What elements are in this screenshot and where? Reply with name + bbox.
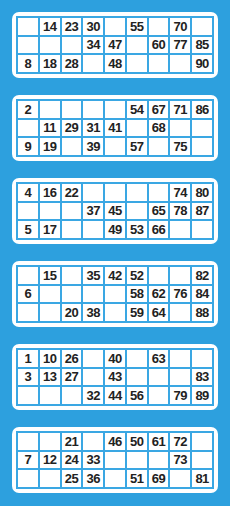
bingo-cell-empty [83,369,103,386]
bingo-cell-empty [105,101,125,118]
bingo-cell[interactable]: 10 [40,350,60,367]
bingo-cell[interactable]: 60 [149,37,169,54]
bingo-cell-empty [192,18,212,35]
bingo-cell-empty [192,221,212,238]
bingo-cell[interactable]: 15 [40,267,60,284]
bingo-cell[interactable]: 65 [149,203,169,220]
bingo-cell[interactable]: 50 [127,433,147,450]
bingo-cell[interactable]: 61 [149,433,169,450]
bingo-cell[interactable]: 72 [170,433,190,450]
bingo-cell[interactable]: 2 [18,101,38,118]
bingo-cell[interactable]: 90 [192,55,212,72]
bingo-cell[interactable]: 83 [192,369,212,386]
bingo-cell[interactable]: 67 [149,101,169,118]
bingo-cell[interactable]: 8 [18,55,38,72]
bingo-cell-empty [62,101,82,118]
bingo-cell[interactable]: 45 [105,203,125,220]
bingo-grid: 14233055703447607785818284890 [16,16,214,74]
bingo-cell[interactable]: 79 [170,387,190,404]
bingo-cell[interactable]: 40 [105,350,125,367]
bingo-cell[interactable]: 81 [192,470,212,487]
bingo-cell[interactable]: 19 [40,138,60,155]
bingo-cell-empty [83,184,103,201]
bingo-cell-empty [105,304,125,321]
bingo-cell-empty [149,387,169,404]
bingo-grid: 2546771861129314168919395775 [16,99,214,157]
bingo-cell[interactable]: 76 [170,286,190,303]
bingo-cell[interactable]: 54 [127,101,147,118]
bingo-cell[interactable]: 69 [149,470,169,487]
bingo-cell[interactable]: 55 [127,18,147,35]
bingo-cell-empty [83,286,103,303]
bingo-cell-empty [18,387,38,404]
bingo-cell-empty [170,304,190,321]
bingo-cell[interactable]: 38 [83,304,103,321]
bingo-cell-empty [127,452,147,469]
bingo-cell[interactable]: 57 [127,138,147,155]
bingo-cell[interactable]: 63 [149,350,169,367]
bingo-cell-empty [170,267,190,284]
bingo-ticket-1: 14233055703447607785818284890 [12,12,218,78]
bingo-cell[interactable]: 12 [40,452,60,469]
bingo-cell-empty [105,452,125,469]
bingo-cell-empty [18,304,38,321]
bingo-cell-empty [127,369,147,386]
bingo-cell[interactable]: 5 [18,221,38,238]
bingo-cell-empty [127,55,147,72]
bingo-cell[interactable]: 17 [40,221,60,238]
bingo-cell[interactable]: 53 [127,221,147,238]
bingo-cell-empty [127,350,147,367]
bingo-cell[interactable]: 3 [18,369,38,386]
bingo-cell[interactable]: 46 [105,433,125,450]
bingo-cell[interactable]: 77 [170,37,190,54]
bingo-grid: 1102640633132743833244567989 [16,348,214,406]
bingo-cell[interactable]: 70 [170,18,190,35]
bingo-cell[interactable]: 33 [83,452,103,469]
bingo-cell[interactable]: 84 [192,286,212,303]
bingo-cell[interactable]: 47 [105,37,125,54]
bingo-cell-empty [105,184,125,201]
bingo-cell[interactable]: 41 [105,120,125,137]
bingo-cell-empty [62,387,82,404]
bingo-cell[interactable]: 42 [105,267,125,284]
bingo-grid: 15354252826586276842038596488 [16,265,214,323]
bingo-cell-empty [105,286,125,303]
bingo-cell[interactable]: 18 [40,55,60,72]
bingo-cell-empty [149,267,169,284]
bingo-cell[interactable]: 14 [40,18,60,35]
bingo-cell[interactable]: 11 [40,120,60,137]
bingo-cell-empty [40,387,60,404]
bingo-cell-empty [18,433,38,450]
bingo-cell-empty [127,184,147,201]
bingo-cell-empty [170,120,190,137]
bingo-cell-empty [40,286,60,303]
bingo-cell[interactable]: 9 [18,138,38,155]
bingo-cell[interactable]: 87 [192,203,212,220]
bingo-cell[interactable]: 44 [105,387,125,404]
bingo-cell-empty [127,203,147,220]
bingo-cell[interactable]: 78 [170,203,190,220]
bingo-cell[interactable]: 49 [105,221,125,238]
bingo-cell[interactable]: 89 [192,387,212,404]
bingo-cell-empty [149,138,169,155]
bingo-cell-empty [83,55,103,72]
bingo-cell-empty [62,267,82,284]
bingo-cell[interactable]: 82 [192,267,212,284]
bingo-cell-empty [105,470,125,487]
bingo-cell[interactable]: 32 [83,387,103,404]
bingo-cell[interactable]: 51 [127,470,147,487]
bingo-cell-empty [18,18,38,35]
bingo-cell-empty [40,101,60,118]
bingo-cell-empty [40,37,60,54]
bingo-cell[interactable]: 71 [170,101,190,118]
bingo-cell[interactable]: 43 [105,369,125,386]
bingo-cell[interactable]: 30 [83,18,103,35]
bingo-cell-empty [83,221,103,238]
bingo-cell-empty [62,203,82,220]
bingo-cell[interactable]: 85 [192,37,212,54]
bingo-cell[interactable]: 80 [192,184,212,201]
bingo-cell[interactable]: 22 [62,184,82,201]
bingo-cell[interactable]: 35 [83,267,103,284]
bingo-cell-empty [192,120,212,137]
bingo-cell[interactable]: 23 [62,18,82,35]
bingo-cell-empty [62,221,82,238]
bingo-cell[interactable]: 62 [149,286,169,303]
bingo-cell-empty [149,55,169,72]
bingo-cell-empty [149,184,169,201]
bingo-cell[interactable]: 25 [62,470,82,487]
bingo-cell-empty [18,267,38,284]
bingo-cell[interactable]: 26 [62,350,82,367]
bingo-cell[interactable]: 28 [62,55,82,72]
bingo-cell-empty [192,452,212,469]
bingo-cell[interactable]: 29 [62,120,82,137]
bingo-cell-empty [83,101,103,118]
bingo-cell-empty [40,433,60,450]
bingo-cell-empty [40,203,60,220]
bingo-cell[interactable]: 21 [62,433,82,450]
bingo-cell-empty [170,55,190,72]
bingo-cell-empty [18,37,38,54]
bingo-cell[interactable]: 34 [83,37,103,54]
bingo-cell[interactable]: 64 [149,304,169,321]
bingo-cell-empty [18,203,38,220]
bingo-cell[interactable]: 37 [83,203,103,220]
bingo-cell-empty [83,433,103,450]
bingo-cell-empty [40,470,60,487]
bingo-cell-empty [18,470,38,487]
bingo-cell-empty [149,369,169,386]
bingo-cell-empty [170,221,190,238]
bingo-ticket-2: 2546771861129314168919395775 [12,95,218,161]
bingo-cell[interactable]: 88 [192,304,212,321]
bingo-cell[interactable]: 7 [18,452,38,469]
bingo-cell-empty [62,138,82,155]
bingo-cell[interactable]: 73 [170,452,190,469]
bingo-cell-empty [149,18,169,35]
bingo-ticket-4: 15354252826586276842038596488 [12,261,218,327]
bingo-cell[interactable]: 36 [83,470,103,487]
bingo-cell-empty [192,350,212,367]
bingo-grid: 4162274803745657887517495366 [16,182,214,240]
bingo-cell[interactable]: 20 [62,304,82,321]
bingo-cell-empty [105,138,125,155]
bingo-cell-empty [149,452,169,469]
bingo-cell[interactable]: 59 [127,304,147,321]
bingo-cell[interactable]: 31 [83,120,103,137]
bingo-cell-empty [192,138,212,155]
bingo-cell[interactable]: 66 [149,221,169,238]
bingo-cell-empty [40,304,60,321]
bingo-ticket-6: 21465061727122433732536516981 [12,427,218,493]
bingo-cell[interactable]: 52 [127,267,147,284]
bingo-cell[interactable]: 74 [170,184,190,201]
bingo-cell-empty [127,37,147,54]
bingo-strip: 1423305570344760778581828489025467718611… [0,0,230,493]
bingo-cell[interactable]: 48 [105,55,125,72]
bingo-cell[interactable]: 39 [83,138,103,155]
bingo-cell-empty [170,369,190,386]
bingo-cell-empty [62,286,82,303]
bingo-cell[interactable]: 58 [127,286,147,303]
bingo-grid: 21465061727122433732536516981 [16,431,214,489]
bingo-cell[interactable]: 4 [18,184,38,201]
bingo-cell[interactable]: 16 [40,184,60,201]
bingo-cell-empty [127,120,147,137]
bingo-cell[interactable]: 86 [192,101,212,118]
bingo-cell-empty [18,120,38,137]
bingo-cell[interactable]: 27 [62,369,82,386]
bingo-cell-empty [170,350,190,367]
bingo-cell[interactable]: 6 [18,286,38,303]
bingo-cell-empty [192,433,212,450]
bingo-cell[interactable]: 68 [149,120,169,137]
bingo-cell[interactable]: 24 [62,452,82,469]
bingo-cell-empty [170,470,190,487]
bingo-cell[interactable]: 75 [170,138,190,155]
bingo-cell-empty [62,37,82,54]
bingo-ticket-5: 1102640633132743833244567989 [12,344,218,410]
bingo-cell-empty [83,350,103,367]
bingo-ticket-3: 4162274803745657887517495366 [12,178,218,244]
bingo-cell[interactable]: 1 [18,350,38,367]
bingo-cell[interactable]: 56 [127,387,147,404]
bingo-cell[interactable]: 13 [40,369,60,386]
bingo-cell-empty [105,18,125,35]
